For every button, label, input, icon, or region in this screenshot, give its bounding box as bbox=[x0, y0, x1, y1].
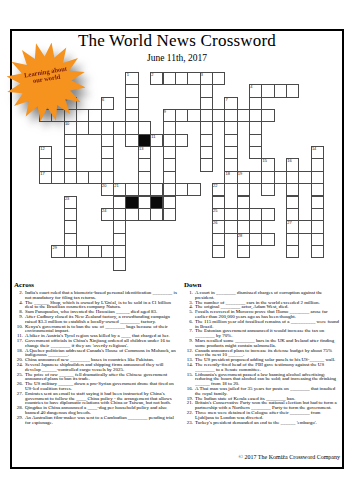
grid-cell[interactable] bbox=[237, 109, 250, 122]
grid-cell[interactable] bbox=[175, 183, 188, 196]
copyright-footer: © 2017 The Komiža Crossword Company bbox=[238, 454, 340, 460]
grid-cell[interactable] bbox=[101, 158, 114, 171]
grid-cell[interactable] bbox=[125, 121, 138, 134]
across-clues-section: Across 2.India's court ruled that a biom… bbox=[14, 281, 179, 425]
grid-cell[interactable] bbox=[113, 245, 126, 258]
grid-cell[interactable] bbox=[138, 171, 151, 184]
cell-number: 14 bbox=[312, 147, 316, 151]
grid-cell[interactable] bbox=[286, 183, 299, 196]
grid-cell[interactable] bbox=[64, 158, 77, 171]
grid-cell[interactable] bbox=[76, 121, 89, 134]
grid-cell[interactable] bbox=[76, 171, 89, 184]
grid-cell[interactable] bbox=[212, 72, 225, 85]
cell-number: 10 bbox=[65, 122, 69, 126]
grid-cell[interactable] bbox=[175, 109, 188, 122]
grid-cell[interactable] bbox=[125, 109, 138, 122]
grid-cell[interactable] bbox=[88, 171, 101, 184]
grid-cell[interactable] bbox=[311, 183, 324, 196]
clue-text: Emirates sent an email to staff saying i… bbox=[25, 392, 179, 406]
grid-cell[interactable] bbox=[237, 183, 250, 196]
grid-cell[interactable] bbox=[200, 97, 213, 110]
grid-cell[interactable] bbox=[200, 109, 213, 122]
grid-cell[interactable] bbox=[224, 158, 237, 171]
grid-cell[interactable] bbox=[113, 121, 126, 134]
grid-cell[interactable] bbox=[311, 158, 324, 171]
clue-text: An Australian film-maker was sent to a C… bbox=[25, 416, 179, 426]
grid-cell[interactable] bbox=[101, 245, 114, 258]
grid-cell[interactable] bbox=[138, 196, 151, 209]
grid-cell[interactable] bbox=[64, 171, 77, 184]
grid-cell[interactable] bbox=[286, 196, 299, 209]
grid-cell[interactable] bbox=[101, 121, 114, 134]
clue-number: 27. bbox=[14, 392, 25, 406]
grid-cell[interactable] bbox=[113, 233, 126, 246]
grid-cell[interactable] bbox=[286, 233, 299, 246]
cell-number: 16 bbox=[287, 159, 291, 163]
cell-number: 17 bbox=[40, 172, 44, 176]
cell-number: 27 bbox=[287, 221, 291, 225]
grid-cell[interactable] bbox=[125, 183, 138, 196]
grid-cell[interactable] bbox=[274, 171, 287, 184]
grid-cell[interactable] bbox=[311, 220, 324, 233]
grid-cell[interactable] bbox=[286, 84, 299, 97]
black-cell bbox=[138, 134, 151, 147]
down-clues-section: Down 1.A court in ________ dismissed cha… bbox=[184, 281, 339, 425]
grid-cell[interactable] bbox=[138, 208, 151, 221]
grid-cell[interactable] bbox=[138, 158, 151, 171]
black-cell bbox=[125, 196, 138, 209]
grid-cell[interactable] bbox=[311, 171, 324, 184]
grid-cell[interactable] bbox=[150, 208, 163, 221]
cell-number: 1 bbox=[127, 73, 129, 77]
cell-number: 21 bbox=[114, 184, 118, 188]
grid-cell[interactable] bbox=[224, 220, 237, 233]
grid-cell[interactable] bbox=[249, 97, 262, 110]
cell-number: 24 bbox=[102, 209, 106, 213]
grid-cell[interactable] bbox=[261, 171, 274, 184]
clue-text: Lithuania's government passed a law bann… bbox=[195, 373, 339, 387]
grid-cell[interactable] bbox=[113, 196, 126, 209]
grid-cell[interactable] bbox=[76, 245, 89, 258]
grid-cell[interactable] bbox=[187, 183, 200, 196]
cell-number: 7 bbox=[225, 98, 227, 102]
grid-cell[interactable] bbox=[261, 183, 274, 196]
cell-number: 29 bbox=[53, 246, 57, 250]
grid-cell[interactable] bbox=[113, 257, 126, 270]
grid-cell[interactable] bbox=[311, 245, 324, 258]
grid-cell[interactable] bbox=[298, 220, 311, 233]
cell-number: 26 bbox=[213, 221, 217, 225]
grid-cell[interactable] bbox=[175, 134, 188, 147]
cell-number: 25 bbox=[213, 209, 217, 213]
grid-cell[interactable] bbox=[224, 134, 237, 147]
grid-cell[interactable] bbox=[298, 171, 311, 184]
clue-text: Turkey's president demanded an end to th… bbox=[195, 421, 339, 426]
grid-cell[interactable] bbox=[212, 245, 225, 258]
grid-cell[interactable] bbox=[125, 97, 138, 110]
grid-cell[interactable] bbox=[224, 109, 237, 122]
cell-number: 11 bbox=[151, 135, 155, 139]
grid-cell[interactable] bbox=[274, 84, 287, 97]
grid-cell[interactable] bbox=[125, 134, 138, 147]
grid-cell[interactable] bbox=[39, 158, 52, 171]
cell-number: 20 bbox=[102, 184, 106, 188]
grid-cell[interactable] bbox=[163, 171, 176, 184]
grid-cell[interactable] bbox=[200, 146, 213, 159]
grid-cell[interactable] bbox=[311, 196, 324, 209]
clue-item: 27.Emirates sent an email to staff sayin… bbox=[14, 392, 179, 406]
grid-cell[interactable] bbox=[200, 158, 213, 171]
grid-cell[interactable] bbox=[175, 72, 188, 85]
grid-cell[interactable] bbox=[187, 109, 200, 122]
grid-cell[interactable] bbox=[88, 245, 101, 258]
grid-cell[interactable] bbox=[163, 146, 176, 159]
cell-number: 6 bbox=[102, 98, 104, 102]
grid-cell[interactable] bbox=[224, 146, 237, 159]
clue-item: 29.An Australian film-maker was sent to … bbox=[14, 416, 179, 426]
cell-number: 28 bbox=[238, 234, 242, 238]
cell-number: 9 bbox=[164, 110, 166, 114]
cell-number: 4 bbox=[250, 85, 252, 89]
grid-cell[interactable] bbox=[212, 196, 225, 209]
down-clue-list: 1.A court in ________ dismissed charges … bbox=[184, 291, 339, 425]
clue-number: 15. bbox=[184, 373, 195, 387]
grid-cell[interactable] bbox=[249, 220, 262, 233]
grid-cell[interactable] bbox=[200, 84, 213, 97]
cell-number: 22 bbox=[213, 184, 217, 188]
grid-cell[interactable] bbox=[88, 121, 101, 134]
grid-cell[interactable] bbox=[200, 134, 213, 147]
grid-cell[interactable] bbox=[286, 208, 299, 221]
grid-cell[interactable] bbox=[249, 109, 262, 122]
cell-number: 12 bbox=[40, 147, 44, 151]
cell-number: 3 bbox=[201, 73, 203, 77]
grid-cell[interactable] bbox=[101, 134, 114, 147]
grid-cell[interactable] bbox=[261, 233, 274, 246]
grid-cell[interactable] bbox=[224, 208, 237, 221]
grid-cell[interactable] bbox=[249, 146, 262, 159]
grid-cell[interactable] bbox=[51, 171, 64, 184]
grid-cell[interactable] bbox=[88, 109, 101, 122]
grid-cell[interactable] bbox=[261, 109, 274, 122]
grid-cell[interactable] bbox=[163, 72, 176, 85]
grid-cell[interactable] bbox=[249, 171, 262, 184]
grid-cell[interactable] bbox=[261, 84, 274, 97]
grid-cell[interactable] bbox=[237, 220, 250, 233]
grid-cell[interactable] bbox=[113, 208, 126, 221]
cell-number: 23 bbox=[65, 197, 69, 201]
cell-number: 19 bbox=[238, 172, 242, 176]
learning-badge: Learning about our world bbox=[6, 42, 86, 122]
grid-cell[interactable] bbox=[224, 121, 237, 134]
black-cell bbox=[150, 196, 163, 209]
grid-cell[interactable] bbox=[138, 183, 151, 196]
clue-number: 29. bbox=[14, 416, 25, 426]
grid-cell[interactable] bbox=[261, 208, 274, 221]
grid-cell[interactable] bbox=[125, 208, 138, 221]
grid-cell[interactable] bbox=[64, 245, 77, 258]
grid-cell[interactable] bbox=[64, 208, 77, 221]
grid-cell[interactable] bbox=[163, 208, 176, 221]
grid-cell[interactable] bbox=[237, 245, 250, 258]
grid-cell[interactable] bbox=[237, 196, 250, 209]
cell-number: 13 bbox=[139, 147, 143, 151]
grid-cell[interactable] bbox=[187, 72, 200, 85]
grid-cell[interactable] bbox=[163, 121, 176, 134]
clue-item: 15.Lithuania's government passed a law b… bbox=[184, 373, 339, 387]
cell-number: 18 bbox=[225, 172, 229, 176]
grid-cell[interactable] bbox=[200, 121, 213, 134]
grid-cell[interactable] bbox=[286, 245, 299, 258]
cell-number: 2 bbox=[151, 73, 153, 77]
grid-cell[interactable] bbox=[64, 233, 77, 246]
grid-cell[interactable] bbox=[212, 233, 225, 246]
down-header: Down bbox=[184, 281, 339, 290]
grid-cell[interactable] bbox=[64, 134, 77, 147]
clue-number: 23. bbox=[184, 421, 195, 426]
grid-cell[interactable] bbox=[138, 121, 151, 134]
grid-cell[interactable] bbox=[286, 171, 299, 184]
grid-cell[interactable] bbox=[64, 220, 77, 233]
grid-cell[interactable] bbox=[249, 208, 262, 221]
grid-cell[interactable] bbox=[163, 134, 176, 147]
grid-cell[interactable] bbox=[163, 196, 176, 209]
grid-cell[interactable] bbox=[64, 146, 77, 159]
clue-item: 23.Turkey's president demanded an end to… bbox=[184, 421, 339, 426]
cell-number: 15 bbox=[263, 159, 267, 163]
grid-cell[interactable] bbox=[113, 220, 126, 233]
grid-cell[interactable] bbox=[163, 158, 176, 171]
across-clue-list: 2.India's court ruled that a biometric-b… bbox=[14, 291, 179, 425]
grid-cell[interactable] bbox=[150, 183, 163, 196]
grid-cell[interactable] bbox=[163, 183, 176, 196]
grid-cell[interactable] bbox=[101, 171, 114, 184]
grid-cell[interactable] bbox=[249, 121, 262, 134]
across-header: Across bbox=[14, 281, 179, 290]
grid-cell[interactable] bbox=[101, 146, 114, 159]
grid-cell[interactable] bbox=[249, 233, 262, 246]
grid-cell[interactable] bbox=[125, 84, 138, 97]
grid-cell[interactable] bbox=[311, 208, 324, 221]
grid-cell[interactable] bbox=[311, 233, 324, 246]
grid-cell[interactable] bbox=[237, 208, 250, 221]
grid-cell[interactable] bbox=[212, 109, 225, 122]
grid-cell[interactable] bbox=[249, 134, 262, 147]
